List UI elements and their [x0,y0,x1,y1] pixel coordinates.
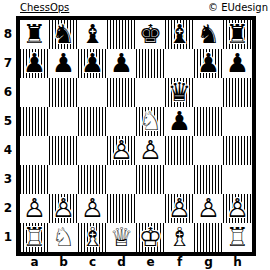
square-c4[interactable] [78,136,107,165]
black-rook[interactable]: ♜ [20,20,49,49]
white-pawn-fill: ♟ [223,194,252,223]
rank-label-1: 1 [0,223,16,252]
square-c5[interactable] [78,107,107,136]
square-d1[interactable]: ♛♕ [107,223,136,252]
square-d3[interactable] [107,165,136,194]
white-rook-fill: ♜ [223,223,252,252]
square-e1[interactable]: ♚♔ [136,223,165,252]
white-pawn[interactable]: ♙ [78,194,107,223]
square-h6[interactable] [223,78,252,107]
black-rook[interactable]: ♜ [223,20,252,49]
rank-label-5: 5 [0,107,16,136]
square-b7[interactable]: ♟ [49,49,78,78]
square-a3[interactable] [20,165,49,194]
square-b8[interactable]: ♞ [49,20,78,49]
black-bishop[interactable]: ♝ [78,20,107,49]
file-label-e: e [136,256,165,270]
square-d5[interactable] [107,107,136,136]
square-d7[interactable]: ♟ [107,49,136,78]
file-labels: abcdefgh [20,256,252,270]
square-g2[interactable]: ♟♙ [194,194,223,223]
square-h2[interactable]: ♟♙ [223,194,252,223]
square-f1[interactable]: ♝♗ [165,223,194,252]
square-h5[interactable] [223,107,252,136]
square-e6[interactable] [136,78,165,107]
black-knight[interactable]: ♞ [49,20,78,49]
square-f3[interactable] [165,165,194,194]
rank-label-2: 2 [0,194,16,223]
black-pawn[interactable]: ♟ [194,49,223,78]
square-c2[interactable]: ♟♙ [78,194,107,223]
white-pawn[interactable]: ♙ [165,194,194,223]
square-f8[interactable]: ♝ [165,20,194,49]
black-pawn[interactable]: ♟ [20,49,49,78]
file-label-d: d [107,256,136,270]
square-g7[interactable]: ♟ [194,49,223,78]
square-f4[interactable] [165,136,194,165]
title-bar: ChessOps © EUdesign [0,0,270,16]
file-label-h: h [223,256,252,270]
file-label-c: c [78,256,107,270]
square-a4[interactable] [20,136,49,165]
square-b1[interactable]: ♞♘ [49,223,78,252]
square-h7[interactable]: ♟ [223,49,252,78]
app-title: ChessOps [20,1,69,14]
square-d4[interactable]: ♟♙ [107,136,136,165]
square-g4[interactable] [194,136,223,165]
square-c1[interactable]: ♝♗ [78,223,107,252]
rank-label-3: 3 [0,165,16,194]
white-pawn[interactable]: ♙ [20,194,49,223]
square-d8[interactable] [107,20,136,49]
square-a2[interactable]: ♟♙ [20,194,49,223]
black-pawn[interactable]: ♟ [49,49,78,78]
white-bishop-fill: ♝ [78,223,107,252]
square-d6[interactable] [107,78,136,107]
black-pawn[interactable]: ♟ [78,49,107,78]
square-b5[interactable] [49,107,78,136]
square-h8[interactable]: ♜ [223,20,252,49]
square-c3[interactable] [78,165,107,194]
white-rook[interactable]: ♖ [20,223,49,252]
white-pawn-fill: ♟ [78,194,107,223]
white-knight[interactable]: ♘ [136,107,165,136]
white-pawn-fill: ♟ [107,136,136,165]
square-b6[interactable] [49,78,78,107]
white-bishop[interactable]: ♗ [165,223,194,252]
square-h1[interactable]: ♜♖ [223,223,252,252]
white-pawn[interactable]: ♙ [194,194,223,223]
white-bishop-fill: ♝ [165,223,194,252]
square-f6[interactable]: ♛ [165,78,194,107]
white-pawn-fill: ♟ [49,194,78,223]
white-king-fill: ♚ [136,223,165,252]
white-rook-fill: ♜ [20,223,49,252]
square-e3[interactable] [136,165,165,194]
square-a8[interactable]: ♜ [20,20,49,49]
white-knight-fill: ♞ [49,223,78,252]
square-f5[interactable]: ♟ [165,107,194,136]
square-c6[interactable] [78,78,107,107]
copyright-notice: © EUdesign [208,1,268,14]
square-h3[interactable] [223,165,252,194]
square-g6[interactable] [194,78,223,107]
square-g3[interactable] [194,165,223,194]
square-a7[interactable]: ♟ [20,49,49,78]
square-a6[interactable] [20,78,49,107]
square-e4[interactable]: ♟♙ [136,136,165,165]
chess-board: ♜♞♝♚♝♞♜♟♟♟♟♟♟♛♞♘♟♟♙♟♙♟♙♟♙♟♙♟♙♟♙♟♙♜♖♞♘♝♗♛… [16,16,256,256]
white-pawn-fill: ♟ [20,194,49,223]
white-pawn-fill: ♟ [165,194,194,223]
square-c7[interactable]: ♟ [78,49,107,78]
white-pawn-fill: ♟ [194,194,223,223]
rank-label-6: 6 [0,78,16,107]
white-pawn-fill: ♟ [136,136,165,165]
square-h4[interactable] [223,136,252,165]
square-f7[interactable] [165,49,194,78]
black-bishop[interactable]: ♝ [165,20,194,49]
square-g5[interactable] [194,107,223,136]
black-pawn[interactable]: ♟ [223,49,252,78]
black-king[interactable]: ♚ [136,20,165,49]
rank-labels: 87654321 [0,20,16,252]
square-g1[interactable] [194,223,223,252]
square-e8[interactable]: ♚ [136,20,165,49]
square-b3[interactable] [49,165,78,194]
square-g8[interactable]: ♞ [194,20,223,49]
white-knight[interactable]: ♘ [49,223,78,252]
white-pawn[interactable]: ♙ [49,194,78,223]
white-pawn[interactable]: ♙ [107,136,136,165]
square-c8[interactable]: ♝ [78,20,107,49]
black-knight[interactable]: ♞ [194,20,223,49]
square-d2[interactable] [107,194,136,223]
white-rook[interactable]: ♖ [223,223,252,252]
square-a5[interactable] [20,107,49,136]
file-label-g: g [194,256,223,270]
square-a1[interactable]: ♜♖ [20,223,49,252]
black-queen[interactable]: ♛ [165,78,194,107]
square-e7[interactable] [136,49,165,78]
square-f2[interactable]: ♟♙ [165,194,194,223]
rank-label-7: 7 [0,49,16,78]
black-pawn[interactable]: ♟ [165,107,194,136]
white-knight-fill: ♞ [136,107,165,136]
file-label-a: a [20,256,49,270]
white-king[interactable]: ♔ [136,223,165,252]
white-queen[interactable]: ♕ [107,223,136,252]
rank-label-8: 8 [0,20,16,49]
white-bishop[interactable]: ♗ [78,223,107,252]
white-queen-fill: ♛ [107,223,136,252]
white-pawn[interactable]: ♙ [136,136,165,165]
square-b2[interactable]: ♟♙ [49,194,78,223]
square-e2[interactable] [136,194,165,223]
file-label-f: f [165,256,194,270]
square-e5[interactable]: ♞♘ [136,107,165,136]
file-label-b: b [49,256,78,270]
chessops-window: ChessOps © EUdesign 87654321 ♜♞♝♚♝♞♜♟♟♟♟… [0,0,270,270]
black-pawn[interactable]: ♟ [107,49,136,78]
rank-label-4: 4 [0,136,16,165]
white-pawn[interactable]: ♙ [223,194,252,223]
square-b4[interactable] [49,136,78,165]
